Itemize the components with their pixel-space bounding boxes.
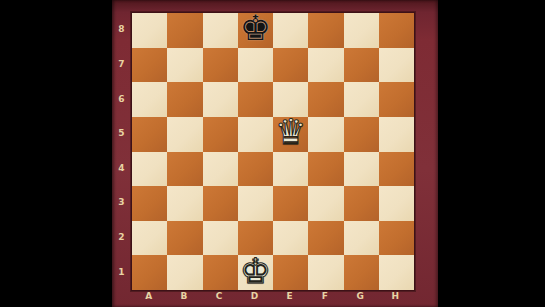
square-d5 [238,117,273,152]
square-g5 [344,117,379,152]
square-e3 [273,186,308,221]
rank-label-3: 3 [112,185,131,220]
square-d4 [238,152,273,187]
square-c5 [203,117,238,152]
square-c3 [203,186,238,221]
square-d8: ♚ [238,13,273,48]
square-h4 [379,152,414,187]
file-label-a: A [131,289,166,303]
square-c4 [203,152,238,187]
square-g8 [344,13,379,48]
square-h2 [379,221,414,256]
square-e8 [273,13,308,48]
rank-label-6: 6 [112,81,131,116]
chessboard: ♚♛♚ [131,12,415,291]
square-e4 [273,152,308,187]
square-b6 [167,82,202,117]
square-b7 [167,48,202,83]
square-b8 [167,13,202,48]
square-d7 [238,48,273,83]
chessboard-frame: 87654321 ABCDEFGH ♚♛♚ [112,0,438,307]
square-f3 [308,186,343,221]
square-b4 [167,152,202,187]
square-g4 [344,152,379,187]
piece-white-queen: ♛ [275,115,306,150]
file-label-e: E [272,289,307,303]
rank-label-4: 4 [112,151,131,186]
square-h7 [379,48,414,83]
file-label-f: F [307,289,342,303]
square-e7 [273,48,308,83]
video-frame: 87654321 ABCDEFGH ♚♛♚ [0,0,545,307]
square-g2 [344,221,379,256]
rank-label-7: 7 [112,47,131,82]
square-g7 [344,48,379,83]
square-g1 [344,255,379,290]
square-f7 [308,48,343,83]
square-h3 [379,186,414,221]
file-label-c: C [202,289,237,303]
file-label-d: D [237,289,272,303]
square-c7 [203,48,238,83]
square-f5 [308,117,343,152]
square-e5: ♛ [273,117,308,152]
square-f4 [308,152,343,187]
rank-label-1: 1 [112,254,131,289]
rank-labels: 87654321 [112,12,131,289]
square-a7 [132,48,167,83]
square-h5 [379,117,414,152]
square-c2 [203,221,238,256]
square-a5 [132,117,167,152]
rank-label-8: 8 [112,12,131,47]
square-a2 [132,221,167,256]
square-g6 [344,82,379,117]
square-h8 [379,13,414,48]
square-c8 [203,13,238,48]
file-labels: ABCDEFGH [131,289,413,303]
square-h1 [379,255,414,290]
square-a4 [132,152,167,187]
square-a3 [132,186,167,221]
square-f2 [308,221,343,256]
square-d3 [238,186,273,221]
file-label-b: B [166,289,201,303]
square-g3 [344,186,379,221]
square-e1 [273,255,308,290]
rank-label-5: 5 [112,116,131,151]
piece-white-king: ♚ [240,254,271,289]
square-b5 [167,117,202,152]
square-b3 [167,186,202,221]
square-b1 [167,255,202,290]
file-label-g: G [343,289,378,303]
square-a1 [132,255,167,290]
file-label-h: H [378,289,413,303]
square-f6 [308,82,343,117]
square-d6 [238,82,273,117]
square-c1 [203,255,238,290]
square-f1 [308,255,343,290]
square-f8 [308,13,343,48]
square-a6 [132,82,167,117]
square-a8 [132,13,167,48]
square-e2 [273,221,308,256]
rank-label-2: 2 [112,220,131,255]
square-b2 [167,221,202,256]
piece-black-king: ♚ [240,11,271,46]
square-c6 [203,82,238,117]
square-h6 [379,82,414,117]
square-d1: ♚ [238,255,273,290]
